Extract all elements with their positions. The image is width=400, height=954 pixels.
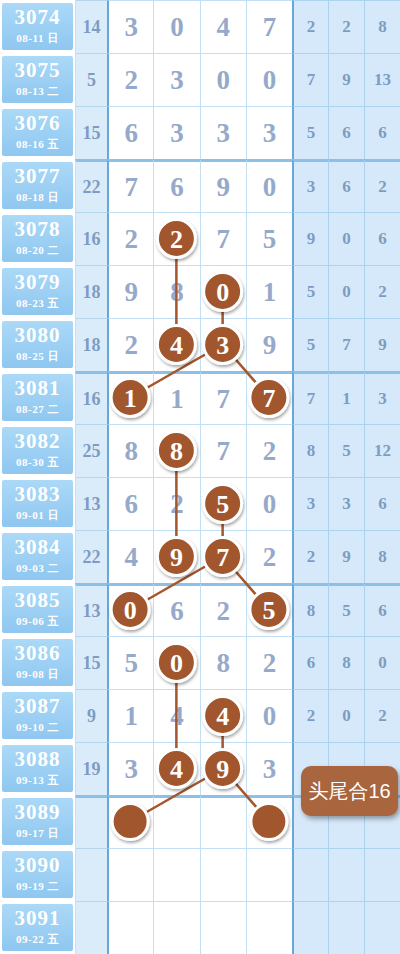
sum-cell: 13 bbox=[75, 583, 107, 636]
digit-cell: 4 bbox=[200, 0, 246, 53]
issue-number: 3091 bbox=[15, 908, 61, 929]
stat-cell: 6 bbox=[364, 212, 400, 265]
draw-date: 08-20 二 bbox=[16, 243, 59, 258]
issue-number: 3087 bbox=[15, 696, 61, 717]
stat-cell: 2 bbox=[292, 689, 328, 742]
issue-cell: 308208-30 五 bbox=[2, 427, 73, 474]
stat-cell: 2 bbox=[364, 159, 400, 212]
sum-cell bbox=[75, 795, 107, 848]
digit-cell: 0 bbox=[107, 583, 153, 636]
digit-cell bbox=[107, 848, 153, 901]
stat-cell: 0 bbox=[328, 689, 364, 742]
issue-cell: 308709-10 二 bbox=[2, 692, 73, 739]
stat-cell: 8 bbox=[292, 424, 328, 477]
issue-number: 3081 bbox=[15, 378, 61, 399]
issue-cell: 308008-25 日 bbox=[2, 321, 73, 368]
digit-cell: 1 bbox=[107, 689, 153, 742]
digit-cell: 7 bbox=[200, 530, 246, 583]
digit-cell: 5 bbox=[246, 583, 292, 636]
issue-cell: 308909-17 日 bbox=[2, 798, 73, 845]
digit-cell: 2 bbox=[153, 477, 199, 530]
draw-date: 08-18 日 bbox=[16, 190, 59, 205]
issue-number: 3077 bbox=[15, 166, 61, 187]
head-tail-sum-label-text: 头尾合16 bbox=[308, 778, 390, 805]
sum-cell: 18 bbox=[75, 318, 107, 371]
issue-number: 3079 bbox=[15, 272, 61, 293]
digit-cell: 4 bbox=[153, 689, 199, 742]
digit-cell: 0 bbox=[200, 53, 246, 106]
digit-cell: 8 bbox=[107, 424, 153, 477]
sum-cell: 22 bbox=[75, 159, 107, 212]
stat-cell: 2 bbox=[364, 265, 400, 318]
issue-cell: 308609-08 日 bbox=[2, 639, 73, 686]
draw-date: 08-25 日 bbox=[16, 349, 59, 364]
digit-cell: 3 bbox=[200, 318, 246, 371]
head-tail-sum-label: 头尾合16 bbox=[301, 766, 398, 816]
stat-cell: 7 bbox=[328, 318, 364, 371]
stat-cell bbox=[292, 848, 328, 901]
issue-cell: 308509-06 五 bbox=[2, 586, 73, 633]
digit-cell: 7 bbox=[246, 371, 292, 424]
stat-cell: 9 bbox=[364, 318, 400, 371]
digit-cell: 0 bbox=[246, 689, 292, 742]
digit-cell: 2 bbox=[107, 212, 153, 265]
digit-cell: 1 bbox=[107, 371, 153, 424]
draw-date: 09-08 日 bbox=[16, 667, 59, 682]
issue-cell: 309009-19 二 bbox=[2, 851, 73, 898]
sum-cell bbox=[75, 901, 107, 954]
digit-cell: 9 bbox=[246, 318, 292, 371]
digit-cell: 7 bbox=[200, 424, 246, 477]
issue-cell: 308409-03 二 bbox=[2, 533, 73, 580]
digit-cell: 0 bbox=[246, 477, 292, 530]
digit-cell bbox=[246, 901, 292, 954]
stat-cell: 6 bbox=[364, 583, 400, 636]
stat-cell: 1 bbox=[328, 371, 364, 424]
digit-cell: 5 bbox=[246, 212, 292, 265]
stat-cell: 0 bbox=[364, 636, 400, 689]
digit-cell: 7 bbox=[200, 371, 246, 424]
issue-number: 3083 bbox=[15, 484, 61, 505]
digit-cell: 0 bbox=[246, 53, 292, 106]
stat-cell: 6 bbox=[292, 636, 328, 689]
draw-date: 09-17 日 bbox=[16, 826, 59, 841]
digit-cell: 7 bbox=[107, 159, 153, 212]
digit-cell: 3 bbox=[246, 106, 292, 159]
stat-cell: 5 bbox=[292, 318, 328, 371]
digit-cell: 3 bbox=[107, 0, 153, 53]
issue-cell: 308809-13 五 bbox=[2, 745, 73, 792]
issue-cell: 307508-13 二 bbox=[2, 56, 73, 103]
sum-cell: 9 bbox=[75, 689, 107, 742]
issue-cell: 308108-27 二 bbox=[2, 374, 73, 421]
digit-cell: 3 bbox=[200, 106, 246, 159]
stat-cell: 9 bbox=[328, 53, 364, 106]
sum-cell: 22 bbox=[75, 530, 107, 583]
issue-number: 3082 bbox=[15, 431, 61, 452]
sum-cell: 15 bbox=[75, 636, 107, 689]
draw-date: 09-10 二 bbox=[16, 720, 59, 735]
digit-cell: 1 bbox=[246, 265, 292, 318]
stat-cell: 7 bbox=[292, 371, 328, 424]
draw-date: 08-30 五 bbox=[16, 455, 59, 470]
sum-cell: 25 bbox=[75, 424, 107, 477]
issue-cell: 309109-22 五 bbox=[2, 904, 73, 951]
stat-cell: 0 bbox=[328, 212, 364, 265]
stat-cell: 9 bbox=[328, 530, 364, 583]
digit-cell: 2 bbox=[107, 53, 153, 106]
stat-cell: 13 bbox=[364, 53, 400, 106]
stat-cell: 6 bbox=[328, 106, 364, 159]
digit-cell bbox=[153, 901, 199, 954]
digit-cell: 5 bbox=[107, 636, 153, 689]
draw-date: 09-13 五 bbox=[16, 773, 59, 788]
draw-date: 08-13 二 bbox=[16, 84, 59, 99]
issue-number: 3088 bbox=[15, 749, 61, 770]
stat-cell: 3 bbox=[364, 371, 400, 424]
digit-cell: 3 bbox=[153, 53, 199, 106]
sum-cell: 13 bbox=[75, 477, 107, 530]
draw-date: 09-03 二 bbox=[16, 561, 59, 576]
stat-cell bbox=[364, 901, 400, 954]
issue-number: 3086 bbox=[15, 643, 61, 664]
stat-cell: 6 bbox=[364, 477, 400, 530]
digit-cell: 6 bbox=[153, 583, 199, 636]
stat-cell: 9 bbox=[292, 212, 328, 265]
digit-cell: 1 bbox=[153, 371, 199, 424]
digit-cell: 3 bbox=[246, 742, 292, 795]
stat-cell: 5 bbox=[292, 265, 328, 318]
digit-cell: 2 bbox=[107, 318, 153, 371]
stat-cell: 12 bbox=[364, 424, 400, 477]
issue-number: 3080 bbox=[15, 325, 61, 346]
stat-cell: 8 bbox=[328, 636, 364, 689]
draw-date: 08-16 五 bbox=[16, 137, 59, 152]
digit-cell: 0 bbox=[153, 636, 199, 689]
sum-cell: 14 bbox=[75, 0, 107, 53]
issue-number: 3090 bbox=[15, 855, 61, 876]
digit-cell bbox=[153, 795, 199, 848]
digit-cell bbox=[107, 795, 153, 848]
issue-number: 3074 bbox=[15, 7, 61, 28]
stat-cell: 2 bbox=[328, 0, 364, 53]
digit-cell: 9 bbox=[200, 159, 246, 212]
stat-cell: 8 bbox=[364, 530, 400, 583]
sum-cell: 19 bbox=[75, 742, 107, 795]
digit-cell bbox=[246, 848, 292, 901]
stat-cell: 6 bbox=[328, 159, 364, 212]
digit-cell: 8 bbox=[200, 636, 246, 689]
digit-cell: 6 bbox=[153, 159, 199, 212]
issue-number: 3075 bbox=[15, 60, 61, 81]
stat-cell: 5 bbox=[328, 424, 364, 477]
issue-number: 3089 bbox=[15, 802, 61, 823]
draw-date: 09-01 日 bbox=[16, 508, 59, 523]
issue-cell: 307408-11 日 bbox=[2, 3, 73, 50]
stat-cell bbox=[292, 901, 328, 954]
stat-cell: 8 bbox=[292, 583, 328, 636]
issue-number: 3084 bbox=[15, 537, 61, 558]
digit-cell bbox=[200, 901, 246, 954]
stat-cell: 5 bbox=[292, 106, 328, 159]
digit-cell: 9 bbox=[107, 265, 153, 318]
draw-date: 09-06 五 bbox=[16, 614, 59, 629]
digit-cell: 3 bbox=[153, 106, 199, 159]
digit-cell: 6 bbox=[107, 477, 153, 530]
digit-cell: 4 bbox=[153, 318, 199, 371]
draw-date: 08-27 二 bbox=[16, 402, 59, 417]
digit-cell: 0 bbox=[246, 159, 292, 212]
digit-cell: 6 bbox=[107, 106, 153, 159]
digit-cell: 4 bbox=[200, 689, 246, 742]
stat-cell: 0 bbox=[328, 265, 364, 318]
digit-cell: 0 bbox=[200, 265, 246, 318]
issue-number: 3085 bbox=[15, 590, 61, 611]
issue-number: 3076 bbox=[15, 113, 61, 134]
sum-cell bbox=[75, 848, 107, 901]
stat-cell: 2 bbox=[292, 530, 328, 583]
issue-cell: 307908-23 五 bbox=[2, 268, 73, 315]
sum-cell: 18 bbox=[75, 265, 107, 318]
digit-cell: 9 bbox=[200, 742, 246, 795]
stat-cell: 3 bbox=[328, 477, 364, 530]
stat-cell bbox=[328, 848, 364, 901]
sum-cell: 16 bbox=[75, 371, 107, 424]
digit-cell: 4 bbox=[153, 742, 199, 795]
draw-date: 08-11 日 bbox=[16, 31, 58, 46]
digit-cell: 2 bbox=[246, 636, 292, 689]
digit-cell: 2 bbox=[246, 424, 292, 477]
digit-cell: 8 bbox=[153, 265, 199, 318]
draw-date: 08-23 五 bbox=[16, 296, 59, 311]
stat-cell: 3 bbox=[292, 159, 328, 212]
stat-cell: 6 bbox=[364, 106, 400, 159]
digit-cell bbox=[200, 848, 246, 901]
stat-cell: 8 bbox=[364, 0, 400, 53]
stat-cell bbox=[364, 848, 400, 901]
issue-cell: 307608-16 五 bbox=[2, 109, 73, 156]
digit-cell: 2 bbox=[200, 583, 246, 636]
digit-cell bbox=[200, 795, 246, 848]
digit-cell: 8 bbox=[153, 424, 199, 477]
sum-cell: 16 bbox=[75, 212, 107, 265]
stat-cell: 7 bbox=[292, 53, 328, 106]
issue-cell: 307708-18 日 bbox=[2, 162, 73, 209]
digit-cell: 2 bbox=[153, 212, 199, 265]
issue-cell: 308309-01 日 bbox=[2, 480, 73, 527]
issue-number: 3078 bbox=[15, 219, 61, 240]
digit-cell: 3 bbox=[107, 742, 153, 795]
digit-cell: 7 bbox=[246, 0, 292, 53]
digit-cell: 5 bbox=[200, 477, 246, 530]
lottery-trend-board: 307408-11 日143047228307508-13 二523007913… bbox=[0, 0, 400, 954]
draw-date: 09-22 五 bbox=[16, 932, 59, 947]
stat-cell: 5 bbox=[328, 583, 364, 636]
sum-cell: 5 bbox=[75, 53, 107, 106]
digit-cell: 0 bbox=[153, 0, 199, 53]
digit-cell: 2 bbox=[246, 530, 292, 583]
stat-cell: 3 bbox=[292, 477, 328, 530]
stat-cell: 2 bbox=[292, 0, 328, 53]
digit-cell: 9 bbox=[153, 530, 199, 583]
digit-cell bbox=[246, 795, 292, 848]
digit-cell bbox=[153, 848, 199, 901]
sum-cell: 15 bbox=[75, 106, 107, 159]
stat-cell: 2 bbox=[364, 689, 400, 742]
draw-date: 09-19 二 bbox=[16, 879, 59, 894]
issue-cell: 307808-20 二 bbox=[2, 215, 73, 262]
digit-cell bbox=[107, 901, 153, 954]
digit-cell: 7 bbox=[200, 212, 246, 265]
digit-cell: 4 bbox=[107, 530, 153, 583]
stat-cell bbox=[328, 901, 364, 954]
